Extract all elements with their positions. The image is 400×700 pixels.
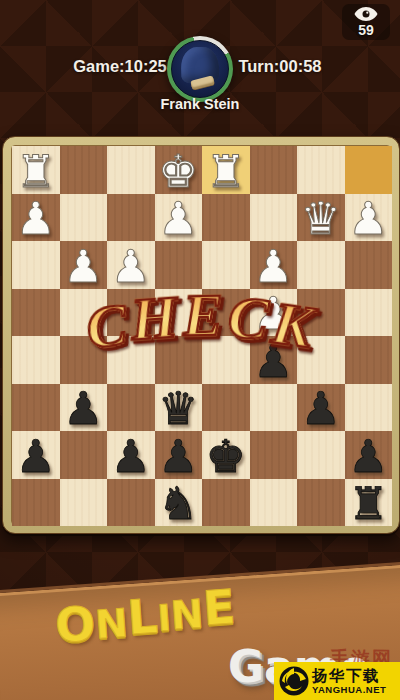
spectator-count: 59 [358,22,374,38]
square[interactable] [107,384,155,432]
square[interactable] [202,479,250,527]
square[interactable]: ♟ [345,194,393,242]
avatar-image [171,40,229,98]
square[interactable]: ♟ [297,384,345,432]
white-pawn[interactable]: ♟ [63,244,103,289]
square[interactable]: ♚ [155,146,203,194]
square[interactable] [297,289,345,337]
black-king[interactable]: ♚ [206,434,246,479]
square[interactable] [250,431,298,479]
square[interactable] [345,146,393,194]
square[interactable] [107,194,155,242]
square[interactable]: ♟ [250,336,298,384]
square[interactable] [345,384,393,432]
square[interactable] [60,289,108,337]
white-king[interactable]: ♚ [158,149,198,194]
square[interactable] [60,336,108,384]
chess-board[interactable]: ♜♚♜♟♟♛♟♟♟♟♟♟♟♛♟♟♟♟♚♟♞♜ [11,145,391,525]
square[interactable]: ♟ [12,431,60,479]
square[interactable]: ♟ [60,384,108,432]
app-screen: 59 Game:10:25 Turn:00:58 Frank Stein ♜♚♜… [0,0,400,700]
square[interactable]: ♟ [12,194,60,242]
square[interactable] [107,479,155,527]
player-avatar[interactable] [167,36,233,102]
white-queen[interactable]: ♛ [301,196,341,241]
square[interactable] [155,289,203,337]
black-pawn[interactable]: ♟ [301,386,341,431]
square[interactable] [60,431,108,479]
square[interactable]: ♛ [155,384,203,432]
square[interactable] [12,336,60,384]
square[interactable] [12,384,60,432]
square[interactable]: ♜ [12,146,60,194]
square[interactable] [107,146,155,194]
square[interactable]: ♜ [345,479,393,527]
square[interactable] [345,336,393,384]
square[interactable]: ♟ [155,194,203,242]
square[interactable] [60,146,108,194]
turn-timer: Turn:00:58 [220,57,340,76]
square[interactable]: ♛ [297,194,345,242]
eye-icon [354,7,378,21]
black-queen[interactable]: ♛ [158,386,198,431]
game-timer: Game:10:25 [60,57,180,76]
square[interactable] [155,241,203,289]
square[interactable] [345,289,393,337]
square[interactable]: ♟ [60,241,108,289]
board-frame: ♜♚♜♟♟♛♟♟♟♟♟♟♟♛♟♟♟♟♚♟♞♜ [2,136,400,534]
square[interactable]: ♟ [250,241,298,289]
black-pawn[interactable]: ♟ [158,434,198,479]
white-pawn[interactable]: ♟ [348,196,388,241]
square[interactable] [202,336,250,384]
black-knight[interactable]: ♞ [158,481,198,526]
square[interactable] [202,289,250,337]
square[interactable] [60,479,108,527]
white-pawn[interactable]: ♟ [253,244,293,289]
square[interactable] [297,241,345,289]
site-watermark: 扬华下载 YANGHUA.NET [274,662,400,700]
watermark-title: 扬华下载 [312,668,380,684]
square[interactable] [297,431,345,479]
square[interactable] [250,479,298,527]
square[interactable] [202,384,250,432]
black-pawn[interactable]: ♟ [111,434,151,479]
square[interactable]: ♚ [202,431,250,479]
square[interactable] [12,289,60,337]
square[interactable] [107,336,155,384]
square[interactable] [155,336,203,384]
square[interactable] [12,479,60,527]
white-rook[interactable]: ♜ [16,149,56,194]
white-pawn[interactable]: ♟ [111,244,151,289]
spectator-badge[interactable]: 59 [342,4,390,40]
square[interactable] [60,194,108,242]
square[interactable]: ♟ [250,289,298,337]
square[interactable] [297,146,345,194]
square[interactable]: ♞ [155,479,203,527]
white-pawn[interactable]: ♟ [16,196,56,241]
black-pawn[interactable]: ♟ [16,434,56,479]
watermark-site: YANGHUA.NET [312,685,386,695]
white-pawn[interactable]: ♟ [158,196,198,241]
square[interactable]: ♟ [155,431,203,479]
square[interactable]: ♟ [107,431,155,479]
pinwheel-logo-icon [278,665,310,697]
square[interactable] [107,289,155,337]
square[interactable] [202,194,250,242]
black-pawn[interactable]: ♟ [348,434,388,479]
square[interactable]: ♜ [202,146,250,194]
black-pawn[interactable]: ♟ [253,339,293,384]
white-rook[interactable]: ♜ [206,149,246,194]
square[interactable] [297,336,345,384]
square[interactable] [12,241,60,289]
black-pawn[interactable]: ♟ [63,386,103,431]
square[interactable] [250,384,298,432]
white-pawn[interactable]: ♟ [253,291,293,336]
square[interactable]: ♟ [345,431,393,479]
square[interactable] [297,479,345,527]
square[interactable]: ♟ [107,241,155,289]
square[interactable] [202,241,250,289]
square[interactable] [345,241,393,289]
player-name: Frank Stein [0,96,400,112]
square[interactable] [250,146,298,194]
square[interactable] [250,194,298,242]
black-rook[interactable]: ♜ [348,481,388,526]
